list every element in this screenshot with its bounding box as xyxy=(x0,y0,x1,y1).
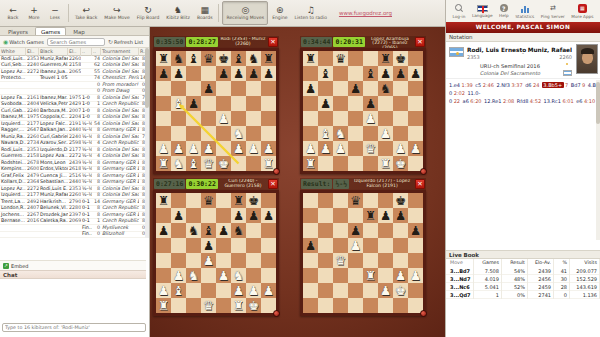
board-square[interactable]: ♟ xyxy=(201,238,216,253)
board-izquierdo-lopezfalcon[interactable]: ♛♚♜♟♟♟♟♟♟♛♜♟♟♟♚ xyxy=(303,193,423,313)
board-square[interactable] xyxy=(171,111,186,126)
board-square[interactable] xyxy=(246,223,261,238)
board-square[interactable] xyxy=(378,96,393,111)
board-square[interactable] xyxy=(363,156,378,171)
board-square[interactable]: ♟ xyxy=(171,208,186,223)
close-board-button[interactable]: ✕ xyxy=(415,179,425,189)
board-square[interactable]: ♟ xyxy=(246,141,261,156)
board-square[interactable] xyxy=(201,66,216,81)
board-square[interactable] xyxy=(348,253,363,268)
take-back-button[interactable]: ↩Take Back xyxy=(72,1,100,25)
ping-server-button[interactable]: ⇄Ping Server xyxy=(541,4,565,19)
board-square[interactable] xyxy=(261,253,276,268)
board-square[interactable] xyxy=(261,223,276,238)
board-square[interactable] xyxy=(333,66,348,81)
board-square[interactable] xyxy=(318,253,333,268)
board-square[interactable]: ♟ xyxy=(201,81,216,96)
board-square[interactable]: ♜ xyxy=(363,208,378,223)
board-square[interactable] xyxy=(393,223,408,238)
help-button[interactable]: ?Help xyxy=(499,4,509,18)
more-button[interactable]: +More xyxy=(24,1,44,25)
board-square[interactable]: ♚ xyxy=(216,156,231,171)
notation-move[interactable]: 1.e4 xyxy=(449,82,460,88)
board-square[interactable] xyxy=(333,268,348,283)
board-square[interactable]: ♜ xyxy=(231,298,246,313)
board-square[interactable] xyxy=(393,96,408,111)
board-square[interactable]: ♟ xyxy=(216,268,231,283)
log-in-button[interactable]: Log-in xyxy=(453,4,466,19)
board-square[interactable]: ♛ xyxy=(201,156,216,171)
board-square[interactable] xyxy=(216,81,231,96)
board-square[interactable] xyxy=(408,283,423,298)
notation-move[interactable]: 12.Re1 xyxy=(484,98,501,104)
board-square[interactable] xyxy=(186,208,201,223)
board-square[interactable]: ♟ xyxy=(261,66,276,81)
board-square[interactable]: ♜ xyxy=(156,193,171,208)
board-square[interactable]: ♚ xyxy=(393,51,408,66)
notation-move[interactable]: a6 xyxy=(463,98,469,104)
notation-body[interactable]: 1.e41:39c52:462.Nf33:37d6243.Bb5+7Bd794.… xyxy=(446,79,600,105)
board-square[interactable] xyxy=(303,66,318,81)
board-square[interactable] xyxy=(348,208,363,223)
board-square[interactable]: ♟ xyxy=(408,66,423,81)
board-square[interactable] xyxy=(261,96,276,111)
board-square[interactable] xyxy=(363,51,378,66)
board-square[interactable] xyxy=(231,81,246,96)
board-square[interactable]: ♞ xyxy=(171,156,186,171)
board-square[interactable]: ♟ xyxy=(216,66,231,81)
chat-input[interactable] xyxy=(2,323,146,332)
board-square[interactable]: ♟ xyxy=(156,66,171,81)
board-square[interactable] xyxy=(186,238,201,253)
board-square[interactable] xyxy=(348,298,363,313)
board-square[interactable] xyxy=(393,298,408,313)
board-square[interactable]: ♜ xyxy=(378,156,393,171)
board-square[interactable] xyxy=(318,193,333,208)
board-square[interactable] xyxy=(216,208,231,223)
board-resize-knob[interactable] xyxy=(273,168,280,175)
board-square[interactable] xyxy=(231,111,246,126)
board-square[interactable] xyxy=(216,193,231,208)
board-square[interactable]: ♜ xyxy=(156,298,171,313)
board-square[interactable] xyxy=(408,81,423,96)
boards-button[interactable]: ▦Boards xyxy=(194,1,216,25)
board-square[interactable] xyxy=(363,283,378,298)
board-square[interactable] xyxy=(246,238,261,253)
board-square[interactable] xyxy=(171,223,186,238)
receiving-moves-button[interactable]: ◎Receiving Moves xyxy=(222,1,268,25)
board-square[interactable] xyxy=(333,283,348,298)
board-square[interactable] xyxy=(201,111,216,126)
board-square[interactable]: ♟ xyxy=(261,283,276,298)
board-square[interactable] xyxy=(246,253,261,268)
board-square[interactable]: ♚ xyxy=(246,298,261,313)
board-square[interactable] xyxy=(348,126,363,141)
notation-move[interactable]: 13.Rc1 xyxy=(544,98,561,104)
board-square[interactable]: ♚ xyxy=(393,283,408,298)
board-square[interactable] xyxy=(333,96,348,111)
board-square[interactable] xyxy=(318,298,333,313)
board-square[interactable] xyxy=(333,156,348,171)
board-square[interactable]: ♟ xyxy=(393,268,408,283)
back-button[interactable]: ←Back xyxy=(3,1,23,25)
board-square[interactable]: ♛ xyxy=(201,193,216,208)
board-rodi-muniz-header[interactable]: 0:35:500:28:27Rodi (2353) - Muniz (2260)… xyxy=(153,36,279,48)
board-square[interactable] xyxy=(363,238,378,253)
board-square[interactable] xyxy=(363,223,378,238)
board-square[interactable] xyxy=(378,111,393,126)
board-square[interactable]: ♝ xyxy=(201,223,216,238)
board-square[interactable] xyxy=(408,51,423,66)
broadcast-url-link[interactable]: www.fuegodrez.org xyxy=(339,10,392,16)
board-square[interactable]: ♝ xyxy=(171,96,186,111)
board-square[interactable] xyxy=(216,238,231,253)
board-square[interactable] xyxy=(156,81,171,96)
board-square[interactable]: ♟ xyxy=(156,141,171,156)
board-square[interactable]: ♟ xyxy=(186,96,201,111)
board-square[interactable] xyxy=(333,298,348,313)
board-square[interactable] xyxy=(216,298,231,313)
close-board-button[interactable]: ✕ xyxy=(268,37,278,47)
board-square[interactable]: ♜ xyxy=(303,51,318,66)
board-square[interactable]: ♟ xyxy=(348,81,363,96)
board-square[interactable] xyxy=(201,283,216,298)
board-square[interactable] xyxy=(186,193,201,208)
board-square[interactable] xyxy=(348,283,363,298)
board-square[interactable]: ♟ xyxy=(363,96,378,111)
board-square[interactable] xyxy=(303,208,318,223)
board-square[interactable] xyxy=(363,126,378,141)
board-square[interactable]: ♟ xyxy=(261,208,276,223)
board-square[interactable] xyxy=(318,238,333,253)
board-square[interactable]: ♞ xyxy=(171,51,186,66)
tab-map[interactable]: Map xyxy=(67,27,91,35)
board-square[interactable] xyxy=(303,268,318,283)
board-square[interactable] xyxy=(318,208,333,223)
board-square[interactable] xyxy=(156,208,171,223)
board-square[interactable]: ♟ xyxy=(378,126,393,141)
refresh-list-button[interactable]: ↻ Refresh List xyxy=(108,38,143,45)
notation-move[interactable]: c5 xyxy=(475,82,481,88)
board-square[interactable]: ♟ xyxy=(348,238,363,253)
board-square[interactable]: ♜ xyxy=(363,268,378,283)
board-square[interactable] xyxy=(261,81,276,96)
board-square[interactable] xyxy=(246,268,261,283)
board-square[interactable]: ♟ xyxy=(171,268,186,283)
board-square[interactable]: ♞ xyxy=(231,268,246,283)
board-square[interactable] xyxy=(201,208,216,223)
board-square[interactable] xyxy=(156,111,171,126)
board-square[interactable] xyxy=(348,141,363,156)
notation-move[interactable]: 3.Bb5+ xyxy=(542,82,564,88)
engine-button[interactable]: ⊛Engine xyxy=(269,1,290,25)
board-square[interactable] xyxy=(393,126,408,141)
board-square[interactable]: ♟ xyxy=(171,141,186,156)
board-square[interactable] xyxy=(171,81,186,96)
board-square[interactable] xyxy=(408,193,423,208)
board-square[interactable]: ♟ xyxy=(171,66,186,81)
board-square[interactable] xyxy=(318,268,333,283)
board-square[interactable] xyxy=(378,238,393,253)
board-square[interactable]: ♝ xyxy=(363,66,378,81)
board-square[interactable] xyxy=(363,253,378,268)
board-square[interactable] xyxy=(261,111,276,126)
board-curi-guerrero[interactable]: ♜♛♜♚♟♟♟♟♟♞♝♟♞♟♟♟♞♟♞♟♝♟♟♟♜♛♜♚ xyxy=(156,193,276,313)
board-square[interactable] xyxy=(201,126,216,141)
board-square[interactable] xyxy=(348,111,363,126)
notation-move[interactable]: 2.Nf3 xyxy=(496,82,509,88)
board-square[interactable] xyxy=(216,126,231,141)
board-square[interactable] xyxy=(408,238,423,253)
notation-move[interactable]: Bd7 xyxy=(571,82,581,88)
board-square[interactable]: ♚ xyxy=(393,193,408,208)
board-square[interactable]: ♛ xyxy=(201,298,216,313)
board-square[interactable]: ♝ xyxy=(318,66,333,81)
board-square[interactable]: ♟ xyxy=(393,66,408,81)
board-square[interactable]: ♟ xyxy=(246,66,261,81)
board-square[interactable]: ♝ xyxy=(231,51,246,66)
board-square[interactable]: ♟ xyxy=(231,141,246,156)
board-square[interactable] xyxy=(303,96,318,111)
board-square[interactable] xyxy=(156,96,171,111)
board-square[interactable] xyxy=(378,253,393,268)
tab-players[interactable]: Players xyxy=(2,27,34,35)
board-square[interactable] xyxy=(186,298,201,313)
board-square[interactable] xyxy=(333,193,348,208)
board-square[interactable] xyxy=(171,238,186,253)
board-square[interactable]: ♛ xyxy=(333,51,348,66)
board-square[interactable]: ♞ xyxy=(378,81,393,96)
board-square[interactable]: ♟ xyxy=(393,208,408,223)
board-square[interactable]: ♟ xyxy=(246,283,261,298)
board-square[interactable]: ♚ xyxy=(216,51,231,66)
board-square[interactable]: ♟ xyxy=(363,111,378,126)
board-square[interactable] xyxy=(378,298,393,313)
board-square[interactable]: ♟ xyxy=(303,238,318,253)
board-square[interactable] xyxy=(393,238,408,253)
board-square[interactable] xyxy=(408,253,423,268)
board-square[interactable] xyxy=(246,96,261,111)
board-square[interactable]: ♜ xyxy=(303,156,318,171)
board-square[interactable] xyxy=(348,51,363,66)
board-square[interactable]: ♞ xyxy=(231,126,246,141)
board-square[interactable] xyxy=(216,141,231,156)
board-square[interactable]: ♟ xyxy=(216,111,231,126)
board-square[interactable] xyxy=(318,51,333,66)
board-square[interactable] xyxy=(186,66,201,81)
board-square[interactable] xyxy=(408,96,423,111)
board-square[interactable] xyxy=(201,96,216,111)
board-resize-knob[interactable] xyxy=(420,310,427,317)
board-square[interactable]: ♞ xyxy=(186,268,201,283)
board-square[interactable] xyxy=(408,208,423,223)
board-square[interactable] xyxy=(408,126,423,141)
board-square[interactable] xyxy=(378,223,393,238)
tab-games[interactable]: Games xyxy=(35,27,66,35)
board-square[interactable] xyxy=(393,253,408,268)
games-list-scrollbar[interactable] xyxy=(145,48,149,238)
board-square[interactable]: ♛ xyxy=(363,141,378,156)
board-square[interactable] xyxy=(303,223,318,238)
notation-move[interactable]: Rfd8 xyxy=(517,98,529,104)
board-square[interactable]: ♟ xyxy=(231,208,246,223)
board-square[interactable]: ♜ xyxy=(261,51,276,66)
table-row[interactable]: Fin...0Blitzoholl0 xyxy=(0,232,146,239)
board-square[interactable] xyxy=(333,111,348,126)
board-square[interactable]: ♟ xyxy=(378,283,393,298)
board-square[interactable] xyxy=(363,298,378,313)
board-square[interactable] xyxy=(303,283,318,298)
notation-scrollbar[interactable] xyxy=(596,80,600,240)
board-square[interactable]: ♟ xyxy=(408,223,423,238)
board-square[interactable] xyxy=(231,253,246,268)
board-square[interactable]: ♟ xyxy=(201,253,216,268)
board-square[interactable]: ♛ xyxy=(348,193,363,208)
board-square[interactable] xyxy=(186,283,201,298)
board-square[interactable]: ♟ xyxy=(156,223,171,238)
board-square[interactable] xyxy=(156,268,171,283)
board-square[interactable] xyxy=(186,126,201,141)
more-apps-button[interactable]: ▦More Apps xyxy=(571,4,593,19)
board-square[interactable]: ♝ xyxy=(186,156,201,171)
board-rodi-muniz[interactable]: ♜♞♝♛♚♝♞♜♟♟♟♟♟♟♟♝♟♟♞♟♟♟♟♟♟♟♜♞♝♛♚♜ xyxy=(156,51,276,171)
board-square[interactable] xyxy=(156,253,171,268)
board-square[interactable] xyxy=(156,126,171,141)
embed-row[interactable]: ↗ Embed xyxy=(0,260,146,270)
board-square[interactable]: ♟ xyxy=(201,141,216,156)
board-square[interactable]: ♟ xyxy=(216,223,231,238)
board-square[interactable]: ♝ xyxy=(318,126,333,141)
board-square[interactable] xyxy=(171,298,186,313)
livebook-row[interactable]: 3...Qd710%274101.136 xyxy=(446,291,600,299)
board-square[interactable] xyxy=(246,111,261,126)
board-square[interactable]: ♟ xyxy=(261,141,276,156)
board-lopezazambuja-ibanez-header[interactable]: 0:34:440:20:31Lopez Azambuja (2272) - Ib… xyxy=(300,36,426,48)
board-square[interactable]: ♜ xyxy=(156,51,171,66)
board-square[interactable] xyxy=(186,111,201,126)
notation-move[interactable]: d6 xyxy=(525,82,531,88)
board-square[interactable] xyxy=(261,193,276,208)
board-square[interactable]: ♟ xyxy=(186,141,201,156)
board-square[interactable] xyxy=(303,126,318,141)
board-square[interactable] xyxy=(408,111,423,126)
board-square[interactable]: ♜ xyxy=(378,51,393,66)
board-square[interactable] xyxy=(303,111,318,126)
board-square[interactable] xyxy=(333,223,348,238)
board-square[interactable] xyxy=(348,268,363,283)
board-square[interactable]: ♟ xyxy=(156,283,171,298)
board-square[interactable] xyxy=(378,193,393,208)
board-square[interactable] xyxy=(261,268,276,283)
board-square[interactable]: ♛ xyxy=(333,253,348,268)
board-square[interactable] xyxy=(318,223,333,238)
board-square[interactable]: ♟ xyxy=(318,96,333,111)
kibitz-blitz-button[interactable]: ♞Kibitz Blitz xyxy=(163,1,193,25)
board-square[interactable]: ♟ xyxy=(348,223,363,238)
board-square[interactable]: ♜ xyxy=(231,193,246,208)
board-square[interactable] xyxy=(246,81,261,96)
board-square[interactable] xyxy=(333,81,348,96)
board-square[interactable] xyxy=(186,81,201,96)
board-square[interactable]: ♝ xyxy=(186,51,201,66)
board-square[interactable] xyxy=(261,238,276,253)
board-square[interactable] xyxy=(216,283,231,298)
less-button[interactable]: −Less xyxy=(45,1,65,25)
tab-notation[interactable]: Notation xyxy=(446,33,600,42)
board-square[interactable]: ♞ xyxy=(333,126,348,141)
board-square[interactable] xyxy=(348,66,363,81)
board-square[interactable] xyxy=(186,253,201,268)
statistics-button[interactable]: Statistics xyxy=(515,4,534,19)
board-square[interactable]: ♟ xyxy=(231,66,246,81)
make-move-button[interactable]: ↪Make Move xyxy=(101,1,132,25)
listen-to-radio-button[interactable]: ♫Listen to radio xyxy=(292,1,330,25)
board-square[interactable] xyxy=(231,96,246,111)
board-square[interactable] xyxy=(303,298,318,313)
board-square[interactable] xyxy=(231,156,246,171)
board-square[interactable]: ♟ xyxy=(318,141,333,156)
board-square[interactable] xyxy=(363,81,378,96)
notation-move[interactable]: e6 xyxy=(576,98,582,104)
board-square[interactable] xyxy=(231,238,246,253)
board-square[interactable] xyxy=(363,193,378,208)
board-square[interactable] xyxy=(318,81,333,96)
board-square[interactable] xyxy=(318,111,333,126)
search-games-input[interactable] xyxy=(47,38,105,46)
board-square[interactable] xyxy=(318,283,333,298)
board-square[interactable] xyxy=(246,156,261,171)
board-izquierdo-lopezfalcon-header[interactable]: Result:½-½Izquierdo (2177) - Lopez Falco… xyxy=(300,178,426,190)
board-square[interactable] xyxy=(318,156,333,171)
board-lopezazambuja-ibanez[interactable]: ♜♛♜♚♝♝♟♟♟♟♟♞♟♟♟♝♞♟♟♟♟♛♟♟♜♜♚ xyxy=(303,51,423,171)
board-square[interactable]: ♟ xyxy=(303,81,318,96)
board-square[interactable]: ♟ xyxy=(333,141,348,156)
board-square[interactable]: ♚ xyxy=(246,193,261,208)
board-square[interactable]: ♞ xyxy=(246,51,261,66)
watch-games-toggle[interactable]: ◉ Watch Games xyxy=(3,38,44,45)
close-board-button[interactable]: ✕ xyxy=(415,37,425,47)
board-square[interactable] xyxy=(216,253,231,268)
board-square[interactable] xyxy=(378,268,393,283)
board-square[interactable] xyxy=(303,193,318,208)
board-square[interactable]: ♟ xyxy=(393,141,408,156)
board-square[interactable]: ♟ xyxy=(408,141,423,156)
board-square[interactable]: ♟ xyxy=(231,283,246,298)
board-resize-knob[interactable] xyxy=(273,310,280,317)
board-square[interactable] xyxy=(303,253,318,268)
board-square[interactable] xyxy=(156,238,171,253)
board-curi-guerrero-header[interactable]: 0:27:160:30:22Curi (2240) - Guerrero (21… xyxy=(153,178,279,190)
board-resize-knob[interactable] xyxy=(420,168,427,175)
board-square[interactable]: ♟ xyxy=(378,208,393,223)
board-square[interactable] xyxy=(171,253,186,268)
board-square[interactable] xyxy=(393,81,408,96)
board-square[interactable] xyxy=(261,126,276,141)
board-square[interactable] xyxy=(171,126,186,141)
board-square[interactable]: ♚ xyxy=(393,156,408,171)
board-square[interactable]: ♜ xyxy=(156,156,171,171)
board-square[interactable] xyxy=(171,193,186,208)
board-square[interactable] xyxy=(348,156,363,171)
board-square[interactable] xyxy=(216,96,231,111)
board-square[interactable]: ♞ xyxy=(231,223,246,238)
board-square[interactable]: ♝ xyxy=(171,283,186,298)
board-square[interactable] xyxy=(393,111,408,126)
flip-board-button[interactable]: ↻Flip Board xyxy=(134,1,163,25)
board-square[interactable]: ♟ xyxy=(408,268,423,283)
board-square[interactable]: ♟ xyxy=(378,66,393,81)
board-square[interactable]: ♛ xyxy=(201,51,216,66)
